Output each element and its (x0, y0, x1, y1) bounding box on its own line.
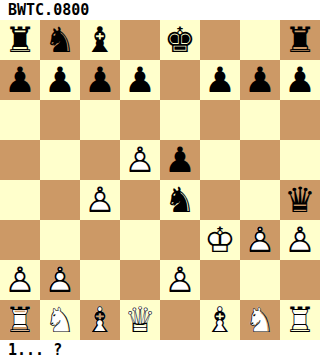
piece-black-pawn-icon: ♟ (80, 60, 120, 100)
chess-trainer-window: BWTC.0800 ♜♞♝♚♜♟♟♟♟♟♟♟♟♙♟♟♙♞♛♚♔♟♙♟♙♟♙♟♙♟… (0, 0, 320, 360)
piece-white-pawn-icon: ♟♙ (280, 220, 320, 260)
white-piece-outline: ♗ (80, 300, 120, 340)
square-c8[interactable]: ♝ (80, 20, 120, 60)
square-d3[interactable] (120, 220, 160, 260)
square-e7[interactable] (160, 60, 200, 100)
square-b3[interactable] (40, 220, 80, 260)
title-bar: BWTC.0800 (0, 0, 320, 20)
square-d2[interactable] (120, 260, 160, 300)
square-h7[interactable]: ♟ (280, 60, 320, 100)
square-b2[interactable]: ♟♙ (40, 260, 80, 300)
black-piece-glyph: ♟ (200, 60, 240, 100)
square-a5[interactable] (0, 140, 40, 180)
square-a4[interactable] (0, 180, 40, 220)
black-piece-glyph: ♜ (0, 20, 40, 60)
square-h3[interactable]: ♟♙ (280, 220, 320, 260)
status-bar: 1... ? (0, 340, 320, 360)
white-piece-fill: ♞ (240, 300, 280, 340)
black-piece-glyph: ♟ (160, 140, 200, 180)
square-h5[interactable] (280, 140, 320, 180)
square-a1[interactable]: ♜♖ (0, 300, 40, 340)
square-g3[interactable]: ♟♙ (240, 220, 280, 260)
square-f2[interactable] (200, 260, 240, 300)
square-c1[interactable]: ♝♗ (80, 300, 120, 340)
square-d8[interactable] (120, 20, 160, 60)
black-piece-glyph: ♟ (120, 60, 160, 100)
square-f8[interactable] (200, 20, 240, 60)
white-piece-outline: ♘ (40, 300, 80, 340)
white-piece-fill: ♟ (40, 260, 80, 300)
piece-black-bishop-icon: ♝ (80, 20, 120, 60)
piece-white-pawn-icon: ♟♙ (40, 260, 80, 300)
square-c5[interactable] (80, 140, 120, 180)
piece-white-pawn-icon: ♟♙ (0, 260, 40, 300)
square-c6[interactable] (80, 100, 120, 140)
square-e5[interactable]: ♟ (160, 140, 200, 180)
square-c2[interactable] (80, 260, 120, 300)
square-f3[interactable]: ♚♔ (200, 220, 240, 260)
square-b7[interactable]: ♟ (40, 60, 80, 100)
white-piece-outline: ♙ (240, 220, 280, 260)
piece-black-pawn-icon: ♟ (40, 60, 80, 100)
white-piece-outline: ♙ (120, 140, 160, 180)
square-h4[interactable]: ♛ (280, 180, 320, 220)
white-piece-outline: ♙ (280, 220, 320, 260)
square-f1[interactable]: ♝♗ (200, 300, 240, 340)
square-b1[interactable]: ♞♘ (40, 300, 80, 340)
square-f6[interactable] (200, 100, 240, 140)
white-piece-fill: ♟ (80, 180, 120, 220)
puzzle-id: BWTC.0800 (8, 1, 89, 19)
square-b6[interactable] (40, 100, 80, 140)
square-a2[interactable]: ♟♙ (0, 260, 40, 300)
piece-white-bishop-icon: ♝♗ (200, 300, 240, 340)
square-a3[interactable] (0, 220, 40, 260)
white-piece-outline: ♗ (200, 300, 240, 340)
square-a8[interactable]: ♜ (0, 20, 40, 60)
square-h2[interactable] (280, 260, 320, 300)
piece-black-knight-icon: ♞ (160, 180, 200, 220)
piece-black-queen-icon: ♛ (280, 180, 320, 220)
black-piece-glyph: ♟ (280, 60, 320, 100)
square-b4[interactable] (40, 180, 80, 220)
piece-black-pawn-icon: ♟ (240, 60, 280, 100)
square-g5[interactable] (240, 140, 280, 180)
white-piece-fill: ♜ (280, 300, 320, 340)
white-piece-fill: ♜ (0, 300, 40, 340)
black-piece-glyph: ♟ (40, 60, 80, 100)
square-e1[interactable] (160, 300, 200, 340)
black-piece-glyph: ♜ (280, 20, 320, 60)
piece-black-pawn-icon: ♟ (0, 60, 40, 100)
black-piece-glyph: ♟ (240, 60, 280, 100)
square-g2[interactable] (240, 260, 280, 300)
white-piece-fill: ♟ (120, 140, 160, 180)
piece-black-pawn-icon: ♟ (200, 60, 240, 100)
square-d4[interactable] (120, 180, 160, 220)
square-e4[interactable]: ♞ (160, 180, 200, 220)
square-h8[interactable]: ♜ (280, 20, 320, 60)
white-piece-fill: ♞ (40, 300, 80, 340)
square-a6[interactable] (0, 100, 40, 140)
white-piece-outline: ♖ (280, 300, 320, 340)
white-piece-outline: ♙ (40, 260, 80, 300)
square-c4[interactable]: ♟♙ (80, 180, 120, 220)
piece-white-pawn-icon: ♟♙ (160, 260, 200, 300)
square-g4[interactable] (240, 180, 280, 220)
black-piece-glyph: ♟ (0, 60, 40, 100)
square-c7[interactable]: ♟ (80, 60, 120, 100)
white-piece-outline: ♙ (0, 260, 40, 300)
piece-white-queen-icon: ♛♕ (120, 300, 160, 340)
white-piece-outline: ♕ (120, 300, 160, 340)
square-f7[interactable]: ♟ (200, 60, 240, 100)
white-piece-outline: ♔ (200, 220, 240, 260)
black-piece-glyph: ♞ (40, 20, 80, 60)
piece-white-knight-icon: ♞♘ (40, 300, 80, 340)
white-piece-fill: ♛ (120, 300, 160, 340)
white-piece-outline: ♙ (160, 260, 200, 300)
piece-white-rook-icon: ♜♖ (280, 300, 320, 340)
square-d6[interactable] (120, 100, 160, 140)
square-d1[interactable]: ♛♕ (120, 300, 160, 340)
piece-white-rook-icon: ♜♖ (0, 300, 40, 340)
chess-board: ♜♞♝♚♜♟♟♟♟♟♟♟♟♙♟♟♙♞♛♚♔♟♙♟♙♟♙♟♙♟♙♜♖♞♘♝♗♛♕♝… (0, 20, 320, 340)
piece-black-pawn-icon: ♟ (160, 140, 200, 180)
white-piece-fill: ♟ (240, 220, 280, 260)
black-piece-glyph: ♚ (160, 20, 200, 60)
black-piece-glyph: ♞ (160, 180, 200, 220)
square-h1[interactable]: ♜♖ (280, 300, 320, 340)
square-h6[interactable] (280, 100, 320, 140)
square-b5[interactable] (40, 140, 80, 180)
piece-white-knight-icon: ♞♘ (240, 300, 280, 340)
white-piece-fill: ♚ (200, 220, 240, 260)
piece-white-pawn-icon: ♟♙ (120, 140, 160, 180)
piece-black-rook-icon: ♜ (280, 20, 320, 60)
piece-black-pawn-icon: ♟ (280, 60, 320, 100)
white-piece-fill: ♝ (80, 300, 120, 340)
square-e2[interactable]: ♟♙ (160, 260, 200, 300)
square-d5[interactable]: ♟♙ (120, 140, 160, 180)
square-a7[interactable]: ♟ (0, 60, 40, 100)
white-piece-outline: ♙ (80, 180, 120, 220)
square-e3[interactable] (160, 220, 200, 260)
piece-black-knight-icon: ♞ (40, 20, 80, 60)
piece-white-pawn-icon: ♟♙ (240, 220, 280, 260)
white-piece-outline: ♖ (0, 300, 40, 340)
square-g7[interactable]: ♟ (240, 60, 280, 100)
square-f4[interactable] (200, 180, 240, 220)
piece-black-pawn-icon: ♟ (120, 60, 160, 100)
white-piece-outline: ♘ (240, 300, 280, 340)
piece-white-pawn-icon: ♟♙ (80, 180, 120, 220)
piece-black-king-icon: ♚ (160, 20, 200, 60)
square-d7[interactable]: ♟ (120, 60, 160, 100)
white-piece-fill: ♟ (0, 260, 40, 300)
square-e6[interactable] (160, 100, 200, 140)
square-g8[interactable] (240, 20, 280, 60)
square-c3[interactable] (80, 220, 120, 260)
square-g1[interactable]: ♞♘ (240, 300, 280, 340)
piece-white-bishop-icon: ♝♗ (80, 300, 120, 340)
black-piece-glyph: ♟ (80, 60, 120, 100)
piece-white-king-icon: ♚♔ (200, 220, 240, 260)
square-b8[interactable]: ♞ (40, 20, 80, 60)
square-e8[interactable]: ♚ (160, 20, 200, 60)
white-piece-fill: ♝ (200, 300, 240, 340)
piece-black-rook-icon: ♜ (0, 20, 40, 60)
white-piece-fill: ♟ (160, 260, 200, 300)
move-prompt: 1... ? (8, 341, 62, 359)
white-piece-fill: ♟ (280, 220, 320, 260)
square-f5[interactable] (200, 140, 240, 180)
black-piece-glyph: ♛ (280, 180, 320, 220)
black-piece-glyph: ♝ (80, 20, 120, 60)
square-g6[interactable] (240, 100, 280, 140)
